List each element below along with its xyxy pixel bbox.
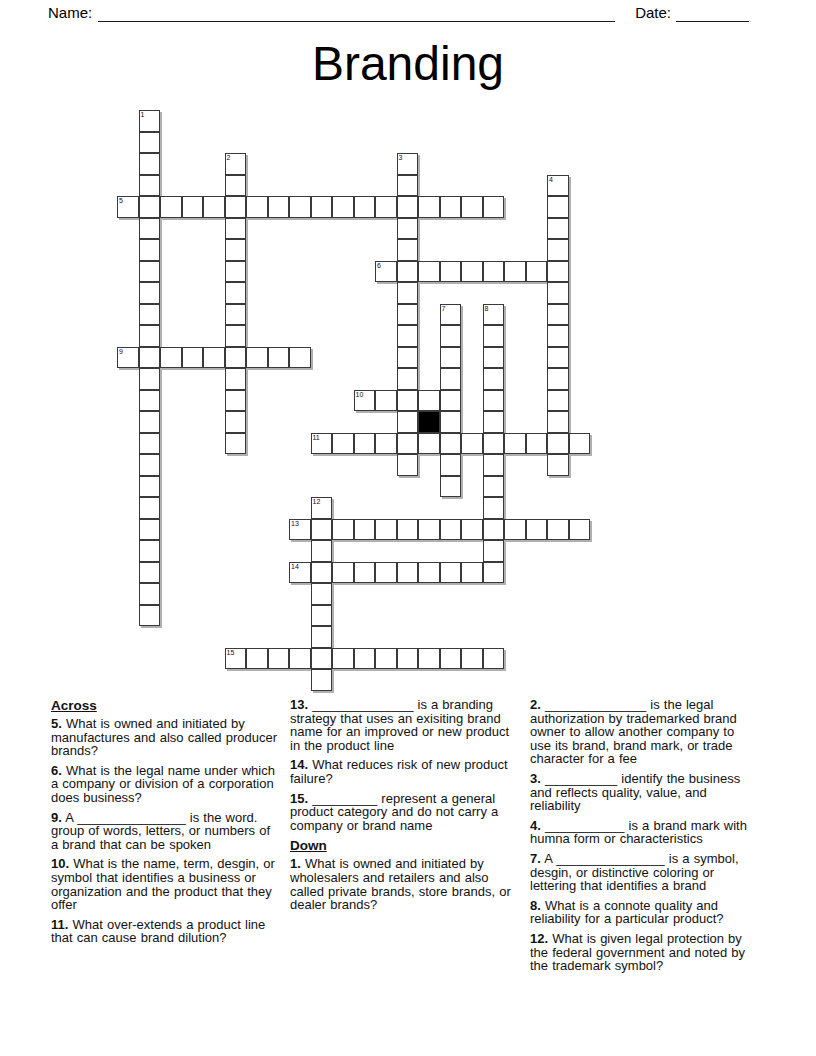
clue: 10. What is the name, term, desgin, or s… <box>51 857 280 911</box>
clue-number: 5 <box>119 197 123 205</box>
clue-number: 14 <box>291 563 299 571</box>
grid-cell[interactable] <box>483 433 505 455</box>
grid-cell[interactable] <box>203 196 225 218</box>
clue-number-label: 7. <box>530 851 541 866</box>
grid-cell[interactable] <box>160 196 182 218</box>
clue-number: 7 <box>442 305 446 313</box>
grid-cell[interactable] <box>440 347 462 369</box>
grid-cell[interactable] <box>139 132 161 154</box>
grid-cell[interactable] <box>182 347 204 369</box>
grid-cell[interactable] <box>311 540 333 562</box>
grid-cell[interactable] <box>182 196 204 218</box>
grid-cell[interactable]: 2 <box>225 153 247 175</box>
grid-cell[interactable] <box>139 540 161 562</box>
grid-cell[interactable] <box>397 390 419 412</box>
clue: 11. What over-extends a product line tha… <box>51 918 280 945</box>
grid-cell[interactable] <box>569 433 591 455</box>
grid-cell[interactable] <box>311 583 333 605</box>
grid-cell[interactable] <box>440 562 462 584</box>
grid-cell[interactable] <box>440 390 462 412</box>
grid-cell[interactable] <box>547 347 569 369</box>
grid-cell[interactable] <box>397 175 419 197</box>
grid-cell[interactable] <box>139 433 161 455</box>
grid-cell[interactable] <box>483 347 505 369</box>
clue-list-heading: Across <box>51 698 280 713</box>
clue-number-label: 6. <box>51 763 62 778</box>
grid-cell[interactable]: 1 <box>139 110 161 132</box>
grid-cell[interactable] <box>461 648 483 670</box>
grid-cell[interactable] <box>375 562 397 584</box>
grid-cell[interactable] <box>483 562 505 584</box>
header: Name: Date: <box>48 4 749 22</box>
grid-cell[interactable] <box>225 390 247 412</box>
grid-cell[interactable] <box>139 605 161 627</box>
grid-cell[interactable] <box>547 454 569 476</box>
grid-cell[interactable] <box>139 519 161 541</box>
grid-cell[interactable] <box>225 304 247 326</box>
grid-cell[interactable]: 6 <box>375 261 397 283</box>
crossword-grid: 123456789101112131415 <box>117 110 590 691</box>
grid-cell[interactable] <box>397 648 419 670</box>
grid-cell[interactable] <box>397 282 419 304</box>
grid-cell[interactable] <box>461 196 483 218</box>
grid-cell[interactable] <box>547 261 569 283</box>
clue-number-label: 1. <box>290 856 301 871</box>
grid-cell[interactable] <box>375 196 397 218</box>
clue: 3. __________ identify the business and … <box>530 772 759 813</box>
grid-cell[interactable] <box>569 519 591 541</box>
grid-cell[interactable] <box>332 196 354 218</box>
grid-cell[interactable] <box>418 261 440 283</box>
grid-cell[interactable] <box>440 519 462 541</box>
clue: 9. A _______________ is the word. group … <box>51 811 280 852</box>
grid-cell[interactable] <box>289 196 311 218</box>
grid-cell[interactable] <box>139 304 161 326</box>
grid-cell[interactable] <box>139 218 161 240</box>
clue-number: 2 <box>227 154 231 162</box>
grid-cell[interactable]: 7 <box>440 304 462 326</box>
grid-cell[interactable] <box>225 175 247 197</box>
clue: 12. What is given legal protection by th… <box>530 932 759 973</box>
grid-cell[interactable] <box>440 648 462 670</box>
grid-cell[interactable] <box>461 433 483 455</box>
grid-cell[interactable] <box>440 368 462 390</box>
clue-column-3: 2. ______________ is the legal authoriza… <box>530 698 759 979</box>
clue: 5. What is owned and initiated by manufa… <box>51 717 280 758</box>
grid-cell[interactable] <box>354 196 376 218</box>
grid-cell[interactable] <box>397 347 419 369</box>
clue-number-label: 15. <box>290 791 308 806</box>
grid-cell[interactable] <box>332 519 354 541</box>
clue-number: 4 <box>549 176 553 184</box>
clue-number-label: 10. <box>51 856 69 871</box>
grid-cell[interactable]: 15 <box>225 648 247 670</box>
grid-cell[interactable] <box>268 196 290 218</box>
grid-cell[interactable] <box>418 196 440 218</box>
clue: 7. A _______________ is a symbol, desgin… <box>530 852 759 893</box>
grid-cell[interactable] <box>397 239 419 261</box>
grid-cell[interactable]: 9 <box>117 347 139 369</box>
clue-number-label: 12. <box>530 931 548 946</box>
date-label: Date: <box>635 4 671 22</box>
clue-number: 15 <box>227 649 235 657</box>
grid-cell[interactable] <box>547 411 569 433</box>
grid-cell[interactable]: 12 <box>311 497 333 519</box>
grid-cell[interactable] <box>483 325 505 347</box>
grid-cell[interactable] <box>440 325 462 347</box>
grid-cell[interactable] <box>375 433 397 455</box>
grid-cell[interactable]: 4 <box>547 175 569 197</box>
grid-cell[interactable] <box>504 433 526 455</box>
clue-number-label: 14. <box>290 757 308 772</box>
grid-cell[interactable] <box>139 196 161 218</box>
clue: 14. What reduces risk of new product fai… <box>290 758 519 785</box>
grid-cell[interactable] <box>397 454 419 476</box>
grid-cell[interactable] <box>483 261 505 283</box>
grid-cell[interactable] <box>483 519 505 541</box>
grid-cell[interactable] <box>483 540 505 562</box>
grid-cell[interactable] <box>139 325 161 347</box>
grid-cell[interactable] <box>289 648 311 670</box>
grid-cell[interactable] <box>139 175 161 197</box>
name-label: Name: <box>48 4 92 22</box>
clue-number-label: 9. <box>51 810 62 825</box>
grid-cell[interactable] <box>268 648 290 670</box>
grid-cell[interactable] <box>397 196 419 218</box>
grid-cell[interactable] <box>483 454 505 476</box>
grid-cell[interactable] <box>225 196 247 218</box>
grid-cell[interactable] <box>397 325 419 347</box>
grid-cell[interactable] <box>547 218 569 240</box>
grid-cell[interactable] <box>483 390 505 412</box>
grid-cell[interactable]: 8 <box>483 304 505 326</box>
grid-cell[interactable] <box>139 562 161 584</box>
grid-cell[interactable] <box>354 519 376 541</box>
grid-cell[interactable] <box>440 476 462 498</box>
grid-cell[interactable] <box>547 282 569 304</box>
grid-cell[interactable] <box>461 261 483 283</box>
grid-cell[interactable] <box>139 476 161 498</box>
grid-cell[interactable]: 11 <box>311 433 333 455</box>
grid-cell[interactable] <box>397 411 419 433</box>
grid-cell[interactable] <box>483 368 505 390</box>
name-blank-line[interactable] <box>98 5 615 22</box>
grid-cell[interactable] <box>397 261 419 283</box>
clue: 6. What is the legal name under which a … <box>51 764 280 805</box>
grid-cell[interactable] <box>483 476 505 498</box>
grid-cell[interactable] <box>440 454 462 476</box>
clue-number-label: 4. <box>530 818 541 833</box>
clue-number-label: 8. <box>530 898 541 913</box>
grid-cell[interactable] <box>397 368 419 390</box>
clue: 8. What is a connote quality and reliabi… <box>530 899 759 926</box>
grid-cell[interactable]: 3 <box>397 153 419 175</box>
clue-list-heading: Down <box>290 838 519 853</box>
clue-number-label: 13. <box>290 697 308 712</box>
grid-cell[interactable] <box>311 605 333 627</box>
clue-number: 12 <box>313 498 321 506</box>
grid-cell[interactable] <box>547 368 569 390</box>
grid-cell[interactable] <box>418 433 440 455</box>
grid-cell[interactable] <box>418 648 440 670</box>
grid-cell[interactable] <box>547 239 569 261</box>
grid-cell[interactable] <box>547 519 569 541</box>
grid-cell[interactable] <box>375 519 397 541</box>
grid-cell[interactable] <box>139 411 161 433</box>
clue: 15. _________ represent a general produc… <box>290 792 519 833</box>
grid-cell[interactable] <box>225 368 247 390</box>
grid-cell[interactable] <box>139 368 161 390</box>
clue: 1. What is owned and initiated by wholes… <box>290 857 519 911</box>
grid-cell[interactable] <box>225 239 247 261</box>
clue-number-label: 11. <box>51 917 68 932</box>
grid-cell[interactable] <box>397 304 419 326</box>
grid-cell[interactable] <box>418 390 440 412</box>
clue: 4. ___________ is a brand mark with humn… <box>530 819 759 846</box>
grid-cell[interactable] <box>440 196 462 218</box>
grid-cell[interactable] <box>440 433 462 455</box>
grid-cell[interactable] <box>504 519 526 541</box>
grid-cell[interactable] <box>354 648 376 670</box>
black-cell <box>418 411 440 433</box>
worksheet-page: Name: Date: Branding 1234567891011121314… <box>0 0 816 1056</box>
grid-cell[interactable] <box>139 454 161 476</box>
grid-cell[interactable] <box>246 347 268 369</box>
grid-cell[interactable] <box>354 433 376 455</box>
grid-cell[interactable] <box>225 325 247 347</box>
grid-cell[interactable] <box>139 390 161 412</box>
grid-cell[interactable] <box>547 304 569 326</box>
grid-cell[interactable]: 10 <box>354 390 376 412</box>
grid-cell[interactable] <box>354 562 376 584</box>
grid-cell[interactable] <box>547 433 569 455</box>
grid-cell[interactable] <box>547 196 569 218</box>
grid-cell[interactable] <box>139 282 161 304</box>
clue-column-2: 13. ______________ is a branding strateg… <box>290 698 519 918</box>
clue-number: 10 <box>356 391 364 399</box>
grid-cell[interactable] <box>246 196 268 218</box>
grid-cell[interactable] <box>139 239 161 261</box>
grid-cell[interactable] <box>139 583 161 605</box>
clue-number: 3 <box>399 154 403 162</box>
clue-number: 9 <box>119 348 123 356</box>
grid-cell[interactable] <box>225 433 247 455</box>
grid-cell[interactable] <box>418 562 440 584</box>
grid-cell[interactable] <box>311 519 333 541</box>
grid-cell[interactable] <box>311 648 333 670</box>
grid-cell[interactable] <box>483 411 505 433</box>
clue-number: 11 <box>313 434 320 442</box>
clue-number: 13 <box>291 520 299 528</box>
clue-number-label: 2. <box>530 697 541 712</box>
grid-cell[interactable] <box>526 433 548 455</box>
grid-cell[interactable] <box>483 497 505 519</box>
grid-cell[interactable] <box>332 433 354 455</box>
grid-cell[interactable] <box>139 153 161 175</box>
grid-cell[interactable] <box>375 390 397 412</box>
grid-cell[interactable] <box>440 261 462 283</box>
grid-cell[interactable] <box>418 519 440 541</box>
grid-cell[interactable] <box>289 347 311 369</box>
grid-cell[interactable]: 13 <box>289 519 311 541</box>
grid-cell[interactable] <box>268 347 290 369</box>
grid-cell[interactable] <box>225 218 247 240</box>
grid-cell[interactable] <box>547 390 569 412</box>
grid-cell[interactable] <box>440 411 462 433</box>
grid-cell[interactable] <box>461 562 483 584</box>
clue: 13. ______________ is a branding strateg… <box>290 698 519 752</box>
grid-cell[interactable] <box>547 325 569 347</box>
clue-number: 1 <box>141 111 145 119</box>
grid-cell[interactable] <box>246 648 268 670</box>
grid-cell[interactable]: 5 <box>117 196 139 218</box>
clue-number-label: 5. <box>51 716 62 731</box>
grid-cell[interactable] <box>311 562 333 584</box>
clue-column-1: Across5. What is owned and initiated by … <box>51 698 280 951</box>
clue-number: 6 <box>377 262 381 270</box>
grid-cell[interactable] <box>225 261 247 283</box>
clue-number-label: 3. <box>530 771 541 786</box>
grid-cell[interactable] <box>225 282 247 304</box>
grid-cell[interactable] <box>461 519 483 541</box>
grid-cell[interactable] <box>225 347 247 369</box>
grid-cell[interactable] <box>375 648 397 670</box>
grid-cell[interactable] <box>397 562 419 584</box>
date-blank-line[interactable] <box>676 5 749 22</box>
grid-cell[interactable] <box>311 626 333 648</box>
grid-cell[interactable] <box>483 648 505 670</box>
grid-cell[interactable]: 14 <box>289 562 311 584</box>
grid-cell[interactable] <box>526 519 548 541</box>
grid-cell[interactable] <box>160 347 182 369</box>
clue: 2. ______________ is the legal authoriza… <box>530 698 759 766</box>
grid-cell[interactable] <box>139 347 161 369</box>
grid-cell[interactable] <box>332 648 354 670</box>
clue-number: 8 <box>485 305 489 313</box>
grid-cell[interactable] <box>526 261 548 283</box>
grid-cell[interactable] <box>139 261 161 283</box>
grid-cell[interactable] <box>397 218 419 240</box>
grid-cell[interactable] <box>139 497 161 519</box>
grid-cell[interactable] <box>311 196 333 218</box>
grid-cell[interactable] <box>203 347 225 369</box>
grid-cell[interactable] <box>332 562 354 584</box>
grid-cell[interactable] <box>483 196 505 218</box>
grid-cell[interactable] <box>397 433 419 455</box>
grid-cell[interactable] <box>225 411 247 433</box>
puzzle-title: Branding <box>0 36 816 91</box>
grid-cell[interactable] <box>311 669 333 691</box>
grid-cell[interactable] <box>397 519 419 541</box>
grid-cell[interactable] <box>504 261 526 283</box>
